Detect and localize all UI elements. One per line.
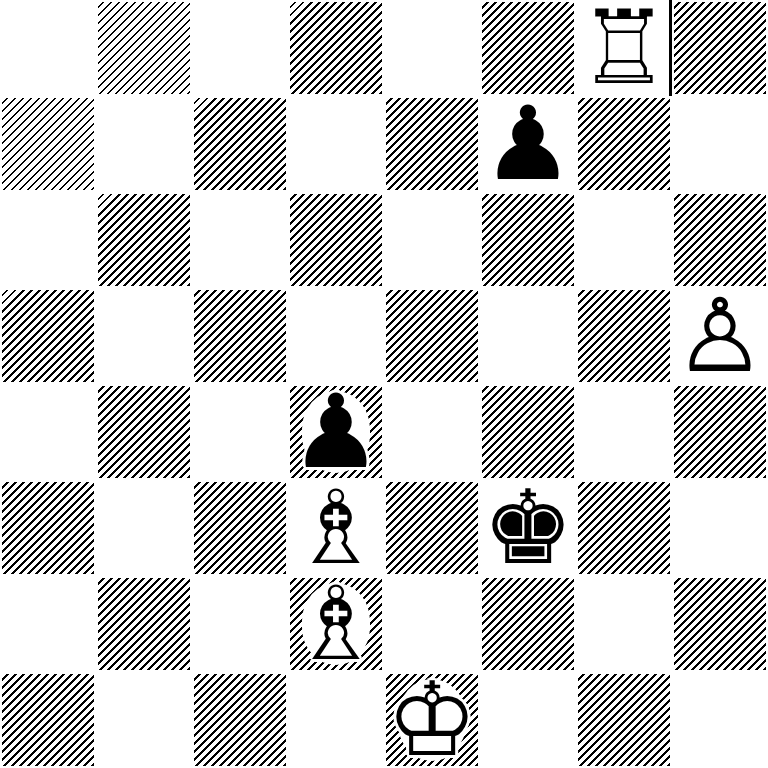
square-d2[interactable]: ♗ [288, 576, 384, 672]
square-h6[interactable] [672, 192, 768, 288]
square-g3[interactable] [576, 480, 672, 576]
square-a2[interactable] [0, 576, 96, 672]
square-c6[interactable] [192, 192, 288, 288]
square-c8[interactable] [192, 0, 288, 96]
square-e4[interactable] [384, 384, 480, 480]
piece-white-rook[interactable]: ♖ [578, 0, 669, 96]
piece-white-pawn[interactable]: ♙ [674, 288, 765, 384]
square-e6[interactable] [384, 192, 480, 288]
square-g7[interactable] [576, 96, 672, 192]
piece-black-king[interactable]: ♚ [482, 480, 573, 576]
square-d1[interactable] [288, 672, 384, 768]
square-c5[interactable] [192, 288, 288, 384]
square-f8[interactable] [480, 0, 576, 96]
square-c4[interactable] [192, 384, 288, 480]
square-a6[interactable] [0, 192, 96, 288]
square-e3[interactable] [384, 480, 480, 576]
chess-board: ♖♟♙♟♗♚♗♔ [0, 0, 768, 768]
square-f7[interactable]: ♟ [480, 96, 576, 192]
square-f1[interactable] [480, 672, 576, 768]
square-a4[interactable] [0, 384, 96, 480]
square-b8[interactable] [96, 0, 192, 96]
square-e5[interactable] [384, 288, 480, 384]
square-h3[interactable] [672, 480, 768, 576]
square-d7[interactable] [288, 96, 384, 192]
square-f6[interactable] [480, 192, 576, 288]
piece-black-pawn[interactable]: ♟ [482, 96, 573, 192]
square-f2[interactable] [480, 576, 576, 672]
square-b5[interactable] [96, 288, 192, 384]
square-b3[interactable] [96, 480, 192, 576]
square-a5[interactable] [0, 288, 96, 384]
piece-white-king[interactable]: ♔ [386, 672, 477, 768]
square-h5[interactable]: ♙ [672, 288, 768, 384]
square-b7[interactable] [96, 96, 192, 192]
square-e2[interactable] [384, 576, 480, 672]
piece-black-pawn[interactable]: ♟ [290, 384, 381, 480]
square-c3[interactable] [192, 480, 288, 576]
square-f5[interactable] [480, 288, 576, 384]
square-a1[interactable] [0, 672, 96, 768]
square-c1[interactable] [192, 672, 288, 768]
square-h2[interactable] [672, 576, 768, 672]
square-h7[interactable] [672, 96, 768, 192]
square-d5[interactable] [288, 288, 384, 384]
square-h4[interactable] [672, 384, 768, 480]
square-g2[interactable] [576, 576, 672, 672]
square-g6[interactable] [576, 192, 672, 288]
piece-white-bishop[interactable]: ♗ [290, 576, 381, 672]
square-g8[interactable]: ♖ [576, 0, 672, 96]
square-d8[interactable] [288, 0, 384, 96]
square-g1[interactable] [576, 672, 672, 768]
square-d4[interactable]: ♟ [288, 384, 384, 480]
square-a8[interactable] [0, 0, 96, 96]
square-c7[interactable] [192, 96, 288, 192]
square-e1[interactable]: ♔ [384, 672, 480, 768]
square-h1[interactable] [672, 672, 768, 768]
square-e8[interactable] [384, 0, 480, 96]
square-b6[interactable] [96, 192, 192, 288]
square-d6[interactable] [288, 192, 384, 288]
piece-white-bishop[interactable]: ♗ [290, 480, 381, 576]
square-f3[interactable]: ♚ [480, 480, 576, 576]
square-h8[interactable] [672, 0, 768, 96]
square-b2[interactable] [96, 576, 192, 672]
square-b4[interactable] [96, 384, 192, 480]
square-c2[interactable] [192, 576, 288, 672]
square-a3[interactable] [0, 480, 96, 576]
square-a7[interactable] [0, 96, 96, 192]
square-f4[interactable] [480, 384, 576, 480]
square-b1[interactable] [96, 672, 192, 768]
square-d3[interactable]: ♗ [288, 480, 384, 576]
square-g5[interactable] [576, 288, 672, 384]
square-e7[interactable] [384, 96, 480, 192]
square-g4[interactable] [576, 384, 672, 480]
